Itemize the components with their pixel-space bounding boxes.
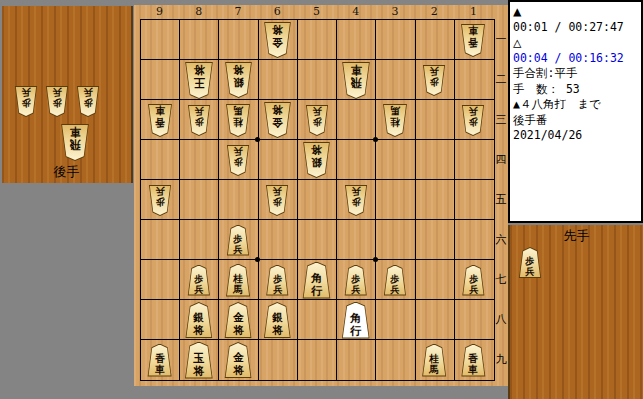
piece-kanji: 香車 <box>460 344 486 377</box>
square-43[interactable] <box>337 100 376 140</box>
square-85[interactable] <box>180 180 219 220</box>
handicap-text: 手合割:平手 <box>513 66 638 82</box>
sente-clock: 00:01 / 00:27:47 <box>513 20 638 36</box>
gote-mark-icon: △ <box>513 35 638 51</box>
shogi-board: 987654321 一二三四五六七八九 金将香車王将銀将飛車歩兵香車歩兵桂馬金将… <box>134 5 508 386</box>
piece-kanji: 金将 <box>224 342 253 378</box>
square-36[interactable] <box>376 220 415 260</box>
rank-label-9: 九 <box>494 339 508 379</box>
square-34[interactable] <box>376 140 415 180</box>
piece-kanji: 歩兵 <box>76 86 100 117</box>
piece-kanji: 歩兵 <box>45 86 69 117</box>
piece-kanji: 歩兵 <box>461 105 485 136</box>
piece-kanji: 銀将 <box>224 62 253 98</box>
piece-kanji: 歩兵 <box>518 247 542 278</box>
rank-label-7: 七 <box>494 259 508 299</box>
file-label-2: 2 <box>415 5 454 19</box>
piece-king-sente-89[interactable]: 玉将 <box>184 342 214 379</box>
piece-pawn-gote-74[interactable]: 歩兵 <box>226 145 250 176</box>
piece-gold-gote-63[interactable]: 金将 <box>263 102 292 138</box>
square-58[interactable] <box>298 300 337 340</box>
piece-lance-sente-19[interactable]: 香車 <box>460 344 486 377</box>
piece-rook-gote-hand[interactable]: 飛車 <box>60 124 90 161</box>
move-count-text: 手 数： 53 <box>513 82 638 98</box>
piece-pawn-gote-65[interactable]: 歩兵 <box>265 185 289 216</box>
piece-gold-sente-78[interactable]: 金将 <box>224 302 253 338</box>
piece-kanji: 飛車 <box>60 124 90 161</box>
piece-kanji: 歩兵 <box>265 265 289 296</box>
piece-kanji: 歩兵 <box>265 185 289 216</box>
piece-kanji: 歩兵 <box>14 86 38 117</box>
square-81[interactable] <box>180 20 219 60</box>
file-label-7: 7 <box>218 5 257 19</box>
piece-kanji: 飛車 <box>341 62 371 99</box>
piece-kanji: 角行 <box>341 302 371 339</box>
piece-knight-gote-73[interactable]: 桂馬 <box>225 104 251 137</box>
piece-pawn-gote-45[interactable]: 歩兵 <box>344 185 368 216</box>
square-31[interactable] <box>376 20 415 60</box>
file-label-9: 9 <box>140 5 179 19</box>
piece-knight-sente-77[interactable]: 桂馬 <box>225 264 251 297</box>
file-label-8: 8 <box>179 5 218 19</box>
file-label-4: 4 <box>336 5 375 19</box>
piece-kanji: 金将 <box>263 22 292 58</box>
square-96[interactable] <box>141 220 180 260</box>
piece-pawn-gote-22[interactable]: 歩兵 <box>422 65 446 96</box>
rank-label-5: 五 <box>494 179 508 219</box>
square-23[interactable] <box>416 100 455 140</box>
square-92[interactable] <box>141 60 180 100</box>
square-24[interactable] <box>416 140 455 180</box>
square-86[interactable] <box>180 220 219 260</box>
game-info-panel: ▲ 00:01 / 00:27:47 △ 00:04 / 00:16:32 手合… <box>508 0 643 223</box>
hoshi-dot <box>255 257 260 262</box>
square-49[interactable] <box>337 340 376 380</box>
sente-mark-icon: ▲ <box>513 4 638 20</box>
piece-kanji: 歩兵 <box>226 145 250 176</box>
gote-stand-label: 後手 <box>2 163 131 181</box>
piece-kanji: 歩兵 <box>148 185 172 216</box>
square-69[interactable] <box>259 340 298 380</box>
piece-kanji: 桂馬 <box>225 264 251 297</box>
piece-kanji: 桂馬 <box>225 104 251 137</box>
rank-label-2: 二 <box>494 59 508 99</box>
piece-kanji: 歩兵 <box>305 105 329 136</box>
file-label-1: 1 <box>454 5 493 19</box>
piece-kanji: 桂馬 <box>382 104 408 137</box>
piece-kanji: 玉将 <box>184 342 214 379</box>
rank-label-3: 三 <box>494 99 508 139</box>
square-44[interactable] <box>337 140 376 180</box>
square-25[interactable] <box>416 180 455 220</box>
piece-silver-sente-88[interactable]: 銀将 <box>184 302 213 338</box>
shogi-app: { "game": "shogi", "app": "kifu-viewer",… <box>0 0 643 399</box>
piece-kanji: 香車 <box>147 344 173 377</box>
last-move-text: ▲４八角打 まで <box>513 97 638 113</box>
game-date: 2021/04/26 <box>513 128 638 144</box>
piece-silver-gote-54[interactable]: 銀将 <box>302 142 331 178</box>
square-66[interactable] <box>259 220 298 260</box>
piece-rook-gote-42[interactable]: 飛車 <box>341 62 371 99</box>
square-97[interactable] <box>141 260 180 300</box>
square-75[interactable] <box>219 180 258 220</box>
square-41[interactable] <box>337 20 376 60</box>
piece-kanji: 歩兵 <box>344 185 368 216</box>
square-16[interactable] <box>455 220 494 260</box>
piece-kanji: 歩兵 <box>422 65 446 96</box>
piece-pawn-gote-hand[interactable]: 歩兵 <box>45 86 69 117</box>
piece-kanji: 歩兵 <box>344 265 368 296</box>
hoshi-dot <box>373 137 378 142</box>
piece-pawn-gote-hand[interactable]: 歩兵 <box>14 86 38 117</box>
square-38[interactable] <box>376 300 415 340</box>
square-84[interactable] <box>180 140 219 180</box>
piece-kanji: 歩兵 <box>187 105 211 136</box>
piece-pawn-gote-83[interactable]: 歩兵 <box>187 105 211 136</box>
file-label-3: 3 <box>375 5 414 19</box>
piece-kanji: 銀将 <box>263 302 292 338</box>
piece-kanji: 王将 <box>184 62 214 99</box>
piece-knight-sente-29[interactable]: 桂馬 <box>421 344 447 377</box>
piece-lance-gote-93[interactable]: 香車 <box>147 104 173 137</box>
square-18[interactable] <box>455 300 494 340</box>
piece-pawn-gote-53[interactable]: 歩兵 <box>305 105 329 136</box>
piece-pawn-sente-17[interactable]: 歩兵 <box>461 265 485 296</box>
piece-bishop-sente-57[interactable]: 角行 <box>302 262 332 299</box>
square-55[interactable] <box>298 180 337 220</box>
square-64[interactable] <box>259 140 298 180</box>
square-71[interactable] <box>219 20 258 60</box>
piece-kanji: 金将 <box>224 302 253 338</box>
rank-label-6: 六 <box>494 219 508 259</box>
piece-silver-gote-72[interactable]: 銀将 <box>224 62 253 98</box>
rank-label-1: 一 <box>494 19 508 59</box>
piece-pawn-sente-hand[interactable]: 歩兵 <box>518 247 542 278</box>
piece-kanji: 銀将 <box>302 142 331 178</box>
piece-gold-sente-79[interactable]: 金将 <box>224 342 253 378</box>
rank-label-8: 八 <box>494 299 508 339</box>
file-label-6: 6 <box>258 5 297 19</box>
piece-pawn-gote-13[interactable]: 歩兵 <box>461 105 485 136</box>
piece-knight-gote-33[interactable]: 桂馬 <box>382 104 408 137</box>
piece-kanji: 角行 <box>302 262 332 299</box>
piece-pawn-gote-95[interactable]: 歩兵 <box>148 185 172 216</box>
piece-kanji: 香車 <box>460 24 486 57</box>
square-56[interactable] <box>298 220 337 260</box>
piece-pawn-sente-76[interactable]: 歩兵 <box>226 225 250 256</box>
piece-kanji: 歩兵 <box>187 265 211 296</box>
piece-pawn-gote-hand[interactable]: 歩兵 <box>76 86 100 117</box>
square-51[interactable] <box>298 20 337 60</box>
gote-piece-stand[interactable]: 後手 歩兵歩兵歩兵飛車 <box>2 6 133 183</box>
square-35[interactable] <box>376 180 415 220</box>
square-39[interactable] <box>376 340 415 380</box>
piece-bishop-sente-48[interactable]: 角行 <box>341 302 371 339</box>
square-94[interactable] <box>141 140 180 180</box>
gote-clock: 00:04 / 00:16:32 <box>513 51 638 67</box>
piece-kanji: 歩兵 <box>226 225 250 256</box>
piece-gold-gote-61[interactable]: 金将 <box>263 22 292 58</box>
square-91[interactable] <box>141 20 180 60</box>
hoshi-dot <box>373 257 378 262</box>
square-26[interactable] <box>416 220 455 260</box>
square-62[interactable] <box>259 60 298 100</box>
piece-pawn-sente-47[interactable]: 歩兵 <box>344 265 368 296</box>
piece-pawn-sente-67[interactable]: 歩兵 <box>265 265 289 296</box>
piece-kanji: 金将 <box>263 102 292 138</box>
piece-king-gote-82[interactable]: 王将 <box>184 62 214 99</box>
hoshi-dot <box>255 137 260 142</box>
square-15[interactable] <box>455 180 494 220</box>
turn-indicator: 後手番 <box>513 113 638 129</box>
square-12[interactable] <box>455 60 494 100</box>
square-28[interactable] <box>416 300 455 340</box>
piece-kanji: 歩兵 <box>461 265 485 296</box>
square-21[interactable] <box>416 20 455 60</box>
piece-lance-gote-11[interactable]: 香車 <box>460 24 486 57</box>
square-52[interactable] <box>298 60 337 100</box>
square-32[interactable] <box>376 60 415 100</box>
piece-kanji: 銀将 <box>184 302 213 338</box>
piece-lance-sente-99[interactable]: 香車 <box>147 344 173 377</box>
square-59[interactable] <box>298 340 337 380</box>
file-labels: 987654321 <box>140 5 493 19</box>
file-label-5: 5 <box>297 5 336 19</box>
piece-kanji: 香車 <box>147 104 173 137</box>
square-27[interactable] <box>416 260 455 300</box>
sente-stand-label: 先手 <box>510 227 643 245</box>
rank-label-4: 四 <box>494 139 508 179</box>
square-14[interactable] <box>455 140 494 180</box>
piece-kanji: 桂馬 <box>421 344 447 377</box>
rank-labels: 一二三四五六七八九 <box>494 19 508 379</box>
sente-piece-stand[interactable]: 先手 歩兵 <box>508 225 643 399</box>
piece-silver-sente-68[interactable]: 銀将 <box>263 302 292 338</box>
piece-pawn-sente-37[interactable]: 歩兵 <box>383 265 407 296</box>
piece-kanji: 歩兵 <box>383 265 407 296</box>
piece-pawn-sente-87[interactable]: 歩兵 <box>187 265 211 296</box>
square-98[interactable] <box>141 300 180 340</box>
square-46[interactable] <box>337 220 376 260</box>
